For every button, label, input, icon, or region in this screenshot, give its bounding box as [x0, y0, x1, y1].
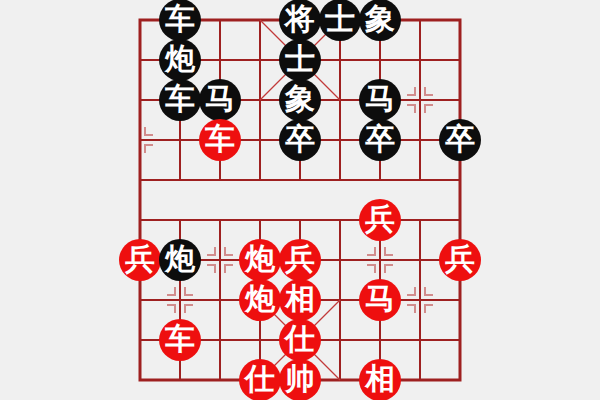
piece-glyph: 仕: [285, 324, 315, 354]
piece-black-cannon[interactable]: 炮: [159, 39, 201, 81]
piece-glyph: 车: [165, 324, 195, 354]
piece-black-horse[interactable]: 马: [359, 79, 401, 121]
piece-glyph: 马: [365, 84, 395, 114]
piece-black-chariot[interactable]: 车: [159, 79, 201, 121]
piece-red-general[interactable]: 帅: [279, 359, 321, 400]
pieces-layer: 车将士象炮士车马象马车卒卒卒兵兵炮炮兵兵炮相马车仕仕帅相: [0, 0, 600, 400]
piece-glyph: 士: [285, 44, 315, 74]
piece-black-elephant[interactable]: 象: [279, 79, 321, 121]
piece-black-soldier[interactable]: 卒: [279, 119, 321, 161]
piece-red-cannon[interactable]: 炮: [239, 239, 281, 281]
piece-glyph: 马: [205, 84, 235, 114]
piece-glyph: 士: [325, 4, 355, 34]
piece-glyph: 车: [165, 84, 195, 114]
piece-black-chariot[interactable]: 车: [159, 0, 201, 41]
piece-glyph: 兵: [445, 244, 475, 274]
piece-glyph: 将: [285, 4, 315, 34]
xiangqi-app: 车将士象炮士车马象马车卒卒卒兵兵炮炮兵兵炮相马车仕仕帅相: [0, 0, 600, 400]
piece-glyph: 炮: [245, 244, 275, 274]
piece-glyph: 炮: [245, 284, 275, 314]
piece-red-elephant[interactable]: 相: [279, 279, 321, 321]
piece-red-soldier[interactable]: 兵: [119, 239, 161, 281]
piece-red-soldier[interactable]: 兵: [279, 239, 321, 281]
xiangqi-board: 车将士象炮士车马象马车卒卒卒兵兵炮炮兵兵炮相马车仕仕帅相: [0, 0, 600, 400]
piece-glyph: 车: [165, 4, 195, 34]
piece-glyph: 帅: [285, 364, 315, 394]
piece-red-soldier[interactable]: 兵: [439, 239, 481, 281]
piece-black-horse[interactable]: 马: [199, 79, 241, 121]
piece-glyph: 炮: [165, 44, 195, 74]
piece-glyph: 兵: [125, 244, 155, 274]
piece-red-advisor[interactable]: 仕: [239, 359, 281, 400]
piece-glyph: 象: [365, 4, 395, 34]
piece-red-cannon[interactable]: 炮: [239, 279, 281, 321]
piece-red-soldier[interactable]: 兵: [359, 199, 401, 241]
piece-glyph: 象: [285, 84, 315, 114]
piece-black-advisor[interactable]: 士: [279, 39, 321, 81]
piece-red-chariot[interactable]: 车: [199, 119, 241, 161]
piece-black-cannon[interactable]: 炮: [159, 239, 201, 281]
piece-glyph: 相: [365, 364, 395, 394]
piece-black-soldier[interactable]: 卒: [359, 119, 401, 161]
piece-red-chariot[interactable]: 车: [159, 319, 201, 361]
piece-glyph: 仕: [245, 364, 275, 394]
piece-black-advisor[interactable]: 士: [319, 0, 361, 41]
piece-black-general[interactable]: 将: [279, 0, 321, 41]
piece-red-advisor[interactable]: 仕: [279, 319, 321, 361]
piece-glyph: 卒: [445, 124, 475, 154]
piece-red-horse[interactable]: 马: [359, 279, 401, 321]
piece-glyph: 兵: [285, 244, 315, 274]
piece-glyph: 车: [205, 124, 235, 154]
piece-glyph: 兵: [365, 204, 395, 234]
piece-glyph: 马: [365, 284, 395, 314]
piece-black-soldier[interactable]: 卒: [439, 119, 481, 161]
piece-glyph: 炮: [165, 244, 195, 274]
piece-red-elephant[interactable]: 相: [359, 359, 401, 400]
piece-glyph: 卒: [365, 124, 395, 154]
piece-black-elephant[interactable]: 象: [359, 0, 401, 41]
piece-glyph: 卒: [285, 124, 315, 154]
piece-glyph: 相: [285, 284, 315, 314]
